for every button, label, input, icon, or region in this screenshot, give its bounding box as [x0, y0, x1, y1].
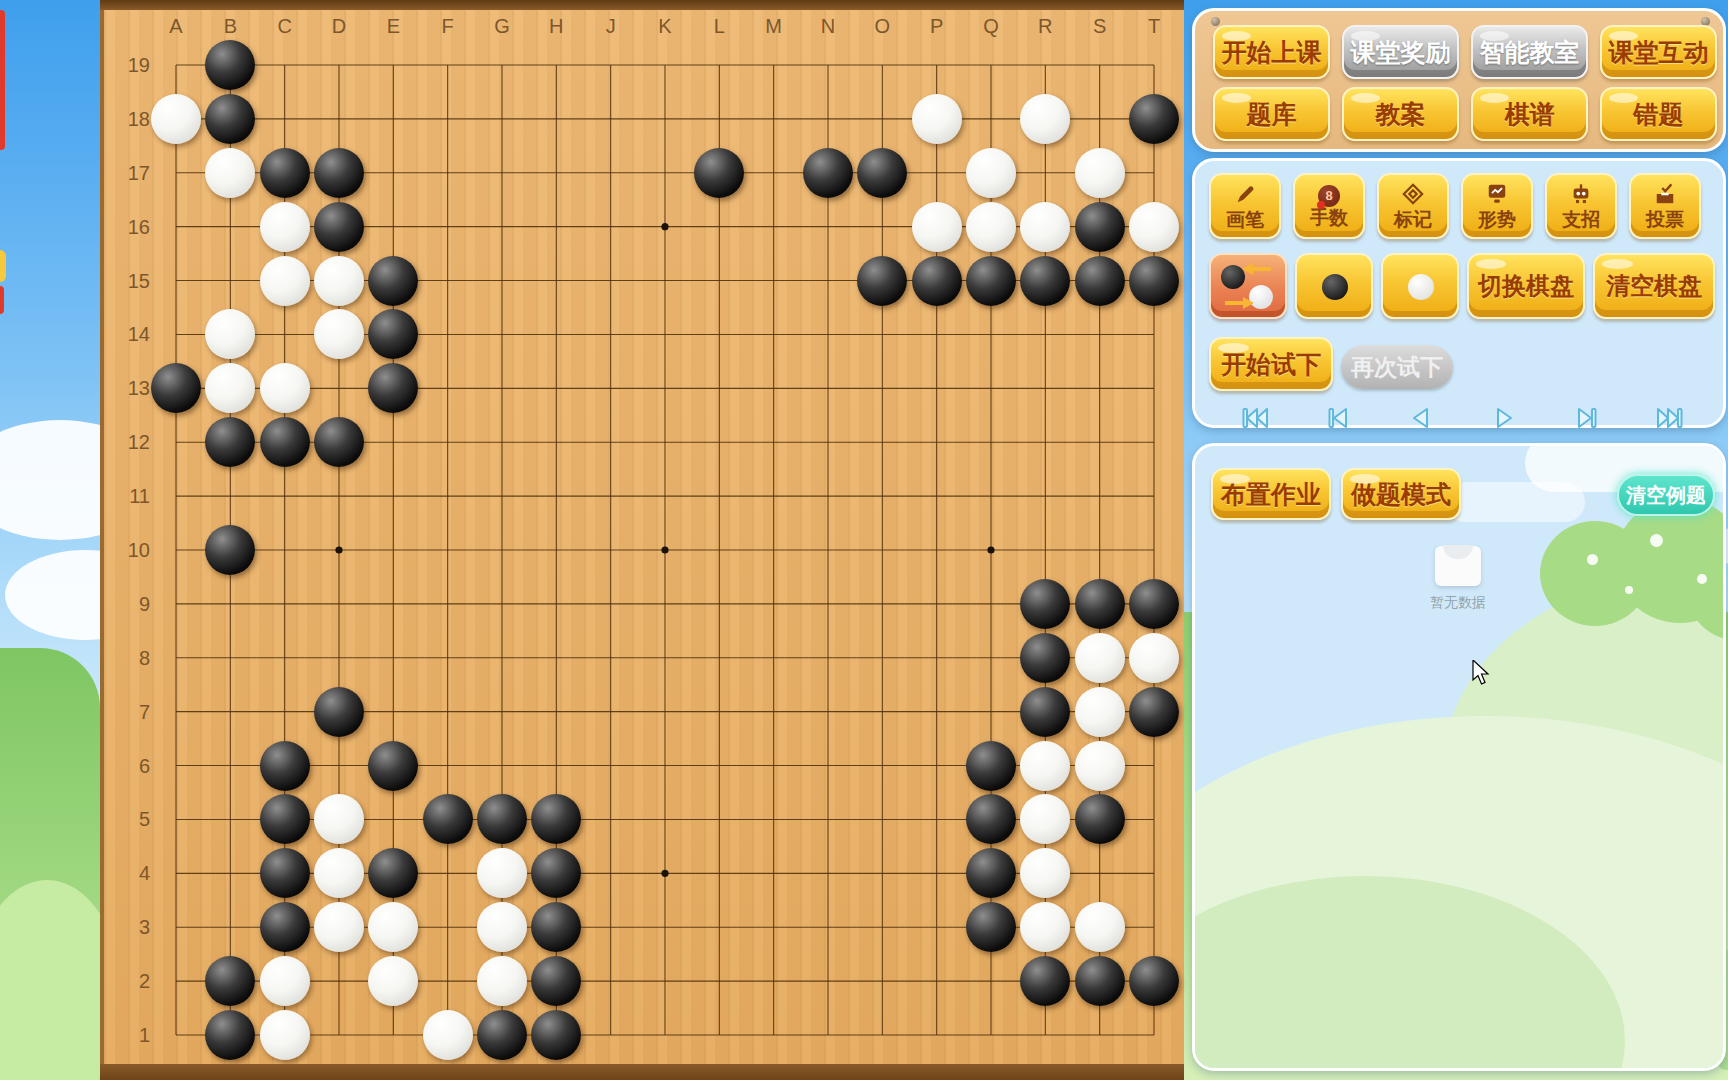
svg-text:8: 8	[139, 647, 150, 669]
svg-text:S: S	[1093, 15, 1106, 37]
question-bank-button[interactable]: 题库	[1213, 87, 1330, 141]
svg-text:C: C	[277, 15, 291, 37]
stone-black-B18[interactable]	[205, 94, 255, 144]
svg-text:12: 12	[128, 431, 150, 453]
tools-card: 画笔 8 手数 标记 形势 支招 投票	[1192, 158, 1726, 428]
nav-forward-button[interactable]	[1489, 405, 1519, 431]
bush-dot	[1587, 554, 1598, 565]
svg-text:O: O	[875, 15, 891, 37]
stone-white-R6[interactable]	[1020, 741, 1070, 791]
stone-white-P16[interactable]	[912, 202, 962, 252]
screen-edge-yellow-sliver	[0, 250, 6, 282]
svg-text:17: 17	[128, 162, 150, 184]
stone-black-S16[interactable]	[1075, 202, 1125, 252]
stone-black-O17[interactable]	[857, 148, 907, 198]
brush-tool-button[interactable]: 画笔	[1209, 173, 1281, 239]
stone-black-D17[interactable]	[314, 148, 364, 198]
stone-black-Q15[interactable]	[966, 256, 1016, 306]
bush-dot	[1650, 534, 1663, 547]
class-reward-button[interactable]: 课堂奖励	[1342, 25, 1459, 79]
stone-black-C17[interactable]	[260, 148, 310, 198]
svg-text:6: 6	[139, 755, 150, 777]
stone-white-P18[interactable]	[912, 94, 962, 144]
svg-text:A: A	[169, 15, 183, 37]
stone-black-D12[interactable]	[314, 417, 364, 467]
svg-text:K: K	[658, 15, 672, 37]
stone-black-T7[interactable]	[1129, 687, 1179, 737]
stone-white-A18[interactable]	[151, 94, 201, 144]
stone-black-N17[interactable]	[803, 148, 853, 198]
svg-text:7: 7	[139, 701, 150, 723]
stone-black-P15[interactable]	[912, 256, 962, 306]
territory-icon	[1485, 183, 1509, 209]
svg-text:F: F	[442, 15, 454, 37]
empty-state-text: 暂无数据	[1400, 594, 1516, 612]
stone-white-S3[interactable]	[1075, 902, 1125, 952]
svg-text:M: M	[765, 15, 782, 37]
stone-black-E15[interactable]	[368, 256, 418, 306]
svg-text:D: D	[332, 15, 346, 37]
stone-white-G4[interactable]	[477, 848, 527, 898]
svg-text:H: H	[549, 15, 563, 37]
stone-white-G3[interactable]	[477, 902, 527, 952]
stone-white-G2[interactable]	[477, 956, 527, 1006]
white-stone-icon	[1408, 274, 1434, 300]
alternate-stone-mode-button[interactable]	[1209, 253, 1287, 319]
game-record-button[interactable]: 棋谱	[1471, 87, 1588, 141]
stone-white-S8[interactable]	[1075, 633, 1125, 683]
svg-text:P: P	[930, 15, 943, 37]
back-arrow-icon	[1408, 407, 1434, 429]
step-back-bar-icon	[1325, 407, 1351, 429]
stone-white-C2[interactable]	[260, 956, 310, 1006]
stone-white-C13[interactable]	[260, 363, 310, 413]
stone-black-S5[interactable]	[1075, 794, 1125, 844]
mark-icon	[1401, 183, 1425, 209]
stone-white-T8[interactable]	[1129, 633, 1179, 683]
stone-white-Q17[interactable]	[966, 148, 1016, 198]
stone-black-C5[interactable]	[260, 794, 310, 844]
start-class-button[interactable]: 开始上课	[1213, 25, 1330, 79]
step-forward-bar-icon	[1574, 407, 1600, 429]
stone-white-C16[interactable]	[260, 202, 310, 252]
move-number-icon: 8	[1318, 185, 1340, 207]
screen-edge-red-sliver	[0, 286, 4, 314]
screen-edge-red-sliver	[0, 10, 5, 150]
assign-homework-button[interactable]: 布置作业	[1211, 468, 1331, 520]
svg-text:11: 11	[129, 485, 150, 507]
cloud	[1445, 482, 1585, 522]
bush-dot	[1697, 574, 1707, 584]
nail-icon	[1211, 17, 1220, 26]
stone-black-O15[interactable]	[857, 256, 907, 306]
mouse-cursor	[1472, 660, 1490, 686]
white-stone-mode-button[interactable]	[1381, 253, 1459, 319]
stone-black-D16[interactable]	[314, 202, 364, 252]
nav-next-button[interactable]	[1572, 405, 1602, 431]
territory-tool-button[interactable]: 形势	[1461, 173, 1533, 239]
stone-black-S9[interactable]	[1075, 579, 1125, 629]
stone-black-C6[interactable]	[260, 741, 310, 791]
homework-card: 布置作业 做题模式 清空例题 暂无数据	[1192, 443, 1726, 1071]
stone-black-A13[interactable]	[151, 363, 201, 413]
stone-black-T18[interactable]	[1129, 94, 1179, 144]
svg-text:T: T	[1148, 15, 1160, 37]
stone-white-R16[interactable]	[1020, 202, 1070, 252]
mark-tool-button[interactable]: 标记	[1377, 173, 1449, 239]
stone-white-R18[interactable]	[1020, 94, 1070, 144]
stone-black-R8[interactable]	[1020, 633, 1070, 683]
stone-black-G1[interactable]	[477, 1010, 527, 1060]
stone-black-Q6[interactable]	[966, 741, 1016, 791]
stone-black-Q4[interactable]	[966, 848, 1016, 898]
svg-text:3: 3	[139, 916, 150, 938]
stone-white-D4[interactable]	[314, 848, 364, 898]
vote-icon	[1653, 183, 1677, 209]
svg-text:L: L	[714, 15, 725, 37]
stone-white-D3[interactable]	[314, 902, 364, 952]
stone-black-D7[interactable]	[314, 687, 364, 737]
stone-white-S6[interactable]	[1075, 741, 1125, 791]
stone-white-S17[interactable]	[1075, 148, 1125, 198]
svg-text:1: 1	[139, 1024, 150, 1046]
svg-text:N: N	[821, 15, 835, 37]
stone-black-S2[interactable]	[1075, 956, 1125, 1006]
svg-text:J: J	[606, 15, 616, 37]
svg-text:9: 9	[139, 593, 150, 615]
go-board[interactable]: ABCDEFGHJKLMNOPQRST191817161514131211109…	[100, 0, 1184, 1080]
stone-black-Q3[interactable]	[966, 902, 1016, 952]
vote-tool-button[interactable]: 投票	[1629, 173, 1701, 239]
svg-text:16: 16	[128, 216, 150, 238]
svg-text:10: 10	[128, 539, 150, 561]
stone-black-B1[interactable]	[205, 1010, 255, 1060]
stone-black-T15[interactable]	[1129, 256, 1179, 306]
svg-text:E: E	[387, 15, 400, 37]
svg-text:B: B	[224, 15, 237, 37]
stone-black-F5[interactable]	[423, 794, 473, 844]
switch-board-button[interactable]: 切换棋盘	[1467, 253, 1585, 319]
stone-black-C12[interactable]	[260, 417, 310, 467]
svg-text:15: 15	[128, 270, 150, 292]
hint-tool-button[interactable]: 支招	[1545, 173, 1617, 239]
stone-black-S15[interactable]	[1075, 256, 1125, 306]
smart-classroom-button[interactable]: 智能教室	[1471, 25, 1588, 79]
svg-text:19: 19	[128, 54, 150, 76]
stone-black-B10[interactable]	[205, 525, 255, 575]
stone-black-R7[interactable]	[1020, 687, 1070, 737]
stone-white-B17[interactable]	[205, 148, 255, 198]
stone-black-R15[interactable]	[1020, 256, 1070, 306]
practice-mode-button[interactable]: 做题模式	[1341, 468, 1461, 520]
class-interact-button[interactable]: 课堂互动	[1600, 25, 1717, 79]
svg-text:R: R	[1038, 15, 1052, 37]
svg-text:4: 4	[139, 862, 150, 884]
stone-white-F1[interactable]	[423, 1010, 473, 1060]
svg-text:Q: Q	[983, 15, 999, 37]
stone-black-C4[interactable]	[260, 848, 310, 898]
stone-black-T9[interactable]	[1129, 579, 1179, 629]
stone-white-C1[interactable]	[260, 1010, 310, 1060]
nav-prev-button[interactable]	[1323, 405, 1353, 431]
stone-black-H1[interactable]	[531, 1010, 581, 1060]
stone-white-T16[interactable]	[1129, 202, 1179, 252]
svg-text:5: 5	[139, 808, 150, 830]
clear-examples-button[interactable]: 清空例题	[1617, 474, 1715, 516]
move-navigation-bar	[1195, 401, 1728, 435]
pencil-icon	[1233, 183, 1257, 209]
go-teaching-app: { "game": "go", "board": { "size": 19, "…	[0, 0, 1728, 1080]
hint-robot-icon	[1569, 183, 1593, 209]
start-trial-button[interactable]: 开始试下	[1209, 337, 1333, 391]
wrong-question-button[interactable]: 错题	[1600, 87, 1717, 141]
stone-white-S7[interactable]	[1075, 687, 1125, 737]
svg-text:2: 2	[139, 970, 150, 992]
nav-back-button[interactable]	[1406, 405, 1436, 431]
empty-box-icon	[1435, 546, 1481, 586]
skip-to-start-icon	[1241, 407, 1269, 429]
stone-black-R9[interactable]	[1020, 579, 1070, 629]
svg-text:18: 18	[128, 108, 150, 130]
nav-last-button[interactable]	[1655, 405, 1685, 431]
svg-text:G: G	[494, 15, 510, 37]
black-stone-mode-button[interactable]	[1295, 253, 1373, 319]
stone-black-T2[interactable]	[1129, 956, 1179, 1006]
move-number-tool-button[interactable]: 8 手数	[1293, 173, 1365, 239]
bush-dot	[1625, 586, 1633, 594]
retry-trial-button[interactable]: 再次试下	[1341, 345, 1453, 389]
stone-white-C15[interactable]	[260, 256, 310, 306]
svg-text:13: 13	[128, 377, 150, 399]
stone-black-E6[interactable]	[368, 741, 418, 791]
top-menu-card: 开始上课 课堂奖励 智能教室 课堂互动 题库 教案 棋谱 错题	[1192, 8, 1726, 152]
nav-first-button[interactable]	[1240, 405, 1270, 431]
stone-white-D15[interactable]	[314, 256, 364, 306]
stone-black-B19[interactable]	[205, 40, 255, 90]
clear-board-button[interactable]: 清空棋盘	[1593, 253, 1715, 319]
svg-text:14: 14	[128, 323, 150, 345]
forward-arrow-icon	[1491, 407, 1517, 429]
stone-black-L17[interactable]	[694, 148, 744, 198]
black-stone-icon	[1322, 274, 1348, 300]
stone-black-C3[interactable]	[260, 902, 310, 952]
stone-white-Q16[interactable]	[966, 202, 1016, 252]
skip-to-end-icon	[1656, 407, 1684, 429]
lesson-plan-button[interactable]: 教案	[1342, 87, 1459, 141]
